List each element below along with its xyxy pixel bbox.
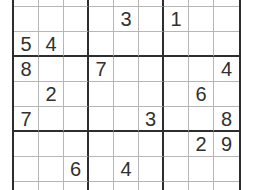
sudoku-cell-r1c1[interactable] <box>14 0 39 7</box>
sudoku-cell-r8c7[interactable] <box>164 157 189 182</box>
sudoku-cell-r7c5[interactable] <box>114 132 139 157</box>
sudoku-cell-r9c7[interactable] <box>164 182 189 190</box>
sudoku-cell-r3c2[interactable]: 4 <box>39 32 64 57</box>
sudoku-cell-r3c3[interactable] <box>64 32 89 57</box>
sudoku-cell-r7c3[interactable] <box>64 132 89 157</box>
sudoku-cell-r4c4[interactable]: 7 <box>89 57 114 82</box>
sudoku-cell-r6c9[interactable]: 8 <box>214 107 239 132</box>
sudoku-cell-r9c6[interactable] <box>139 182 164 190</box>
sudoku-cell-r8c9[interactable] <box>214 157 239 182</box>
sudoku-cell-r1c7[interactable] <box>164 0 189 7</box>
sudoku-cell-r3c8[interactable] <box>189 32 214 57</box>
sudoku-cell-r7c2[interactable] <box>39 132 64 157</box>
sudoku-cell-r3c6[interactable] <box>139 32 164 57</box>
sudoku-cell-r6c8[interactable] <box>189 107 214 132</box>
sudoku-cell-r1c4[interactable] <box>89 0 114 7</box>
sudoku-cell-r8c1[interactable] <box>14 157 39 182</box>
sudoku-cell-r2c3[interactable] <box>64 7 89 32</box>
sudoku-cell-r4c6[interactable] <box>139 57 164 82</box>
sudoku-cell-r8c3[interactable]: 6 <box>64 157 89 182</box>
sudoku-cell-r9c9[interactable] <box>214 182 239 190</box>
sudoku-cell-r4c2[interactable] <box>39 57 64 82</box>
sudoku-cell-r7c9[interactable]: 9 <box>214 132 239 157</box>
sudoku-cell-r5c9[interactable] <box>214 82 239 107</box>
sudoku-cell-r5c2[interactable]: 2 <box>39 82 64 107</box>
sudoku-cell-r9c8[interactable] <box>189 182 214 190</box>
sudoku-cell-r7c8[interactable]: 2 <box>189 132 214 157</box>
sudoku-cell-r6c7[interactable] <box>164 107 189 132</box>
sudoku-cell-r6c5[interactable] <box>114 107 139 132</box>
sudoku-cell-r7c1[interactable] <box>14 132 39 157</box>
sudoku-cell-r1c5[interactable] <box>114 0 139 7</box>
sudoku-cell-r5c6[interactable] <box>139 82 164 107</box>
sudoku-cell-r6c2[interactable] <box>39 107 64 132</box>
sudoku-cell-r3c1[interactable]: 5 <box>14 32 39 57</box>
sudoku-cell-r5c4[interactable] <box>89 82 114 107</box>
sudoku-cell-r2c1[interactable] <box>14 7 39 32</box>
sudoku-cell-r2c4[interactable] <box>89 7 114 32</box>
sudoku-cell-r2c7[interactable]: 1 <box>164 7 189 32</box>
sudoku-cell-r5c7[interactable] <box>164 82 189 107</box>
sudoku-cell-r9c5[interactable] <box>114 182 139 190</box>
sudoku-cell-r9c3[interactable] <box>64 182 89 190</box>
sudoku-cell-r6c1[interactable]: 7 <box>14 107 39 132</box>
sudoku-cell-r4c8[interactable] <box>189 57 214 82</box>
sudoku-cell-r4c3[interactable] <box>64 57 89 82</box>
sudoku-cell-r4c5[interactable] <box>114 57 139 82</box>
sudoku-cell-r1c3[interactable] <box>64 0 89 7</box>
sudoku-cell-r8c2[interactable] <box>39 157 64 182</box>
sudoku-cell-r3c5[interactable] <box>114 32 139 57</box>
sudoku-cell-r2c8[interactable] <box>189 7 214 32</box>
sudoku-cell-r5c8[interactable]: 6 <box>189 82 214 107</box>
sudoku-cell-r9c4[interactable] <box>89 182 114 190</box>
sudoku-cell-r5c3[interactable] <box>64 82 89 107</box>
sudoku-screenshot: 3154874267382964 <box>0 0 253 190</box>
sudoku-cell-r5c5[interactable] <box>114 82 139 107</box>
sudoku-board: 3154874267382964 <box>12 0 241 190</box>
sudoku-cell-r6c4[interactable] <box>89 107 114 132</box>
sudoku-cell-r4c1[interactable]: 8 <box>14 57 39 82</box>
sudoku-cell-r6c6[interactable]: 3 <box>139 107 164 132</box>
sudoku-cell-r3c4[interactable] <box>89 32 114 57</box>
sudoku-cell-r2c9[interactable] <box>214 7 239 32</box>
sudoku-cell-r1c9[interactable] <box>214 0 239 7</box>
sudoku-cell-r9c2[interactable] <box>39 182 64 190</box>
sudoku-cell-r2c5[interactable]: 3 <box>114 7 139 32</box>
sudoku-cell-r5c1[interactable] <box>14 82 39 107</box>
sudoku-cell-r3c7[interactable] <box>164 32 189 57</box>
sudoku-cell-r2c6[interactable] <box>139 7 164 32</box>
sudoku-cell-r7c4[interactable] <box>89 132 114 157</box>
sudoku-cell-r8c8[interactable] <box>189 157 214 182</box>
sudoku-cell-r7c7[interactable] <box>164 132 189 157</box>
sudoku-cell-r4c9[interactable]: 4 <box>214 57 239 82</box>
sudoku-cell-r8c4[interactable] <box>89 157 114 182</box>
sudoku-cell-r2c2[interactable] <box>39 7 64 32</box>
sudoku-cell-r4c7[interactable] <box>164 57 189 82</box>
sudoku-cell-r1c6[interactable] <box>139 0 164 7</box>
sudoku-cell-r1c2[interactable] <box>39 0 64 7</box>
sudoku-cell-r6c3[interactable] <box>64 107 89 132</box>
sudoku-cell-r8c6[interactable] <box>139 157 164 182</box>
sudoku-cell-r7c6[interactable] <box>139 132 164 157</box>
sudoku-cell-r1c8[interactable] <box>189 0 214 7</box>
sudoku-cell-r9c1[interactable] <box>14 182 39 190</box>
sudoku-cell-r8c5[interactable]: 4 <box>114 157 139 182</box>
sudoku-cell-r3c9[interactable] <box>214 32 239 57</box>
